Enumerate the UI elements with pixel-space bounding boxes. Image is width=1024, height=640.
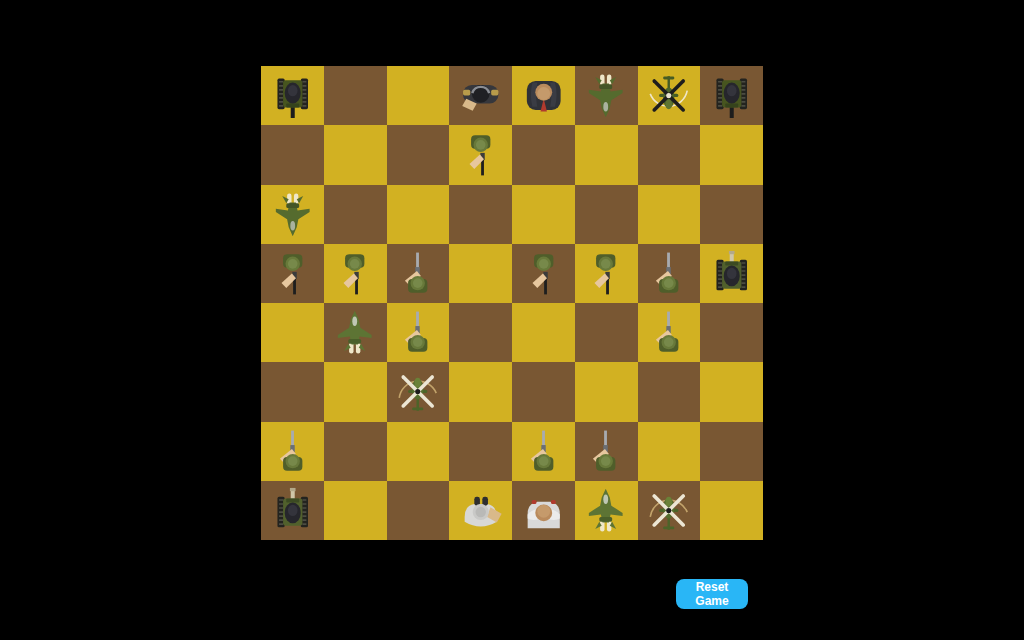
square-b1[interactable] [324, 481, 387, 540]
square-a7[interactable] [261, 125, 324, 184]
square-g2[interactable] [638, 422, 701, 481]
square-f3[interactable] [575, 362, 638, 421]
square-c2[interactable] [387, 422, 450, 481]
square-e3[interactable] [512, 362, 575, 421]
chess-board [261, 66, 763, 540]
piece-black-bishop-jet-icon[interactable] [267, 189, 318, 240]
square-e4[interactable] [512, 303, 575, 362]
square-h7[interactable] [700, 125, 763, 184]
piece-black-pawn-soldier-icon[interactable] [329, 248, 380, 299]
square-h3[interactable] [700, 362, 763, 421]
square-a3[interactable] [261, 362, 324, 421]
reset-game-button[interactable]: Reset Game [676, 579, 748, 609]
square-d3[interactable] [449, 362, 512, 421]
piece-white-knight-helicopter-icon[interactable] [643, 485, 694, 536]
piece-white-pawn-soldier-icon[interactable] [267, 426, 318, 477]
square-b4[interactable] [324, 303, 387, 362]
square-e6[interactable] [512, 185, 575, 244]
square-e8[interactable] [512, 66, 575, 125]
piece-white-rook-tank-icon[interactable] [267, 485, 318, 536]
square-h2[interactable] [700, 422, 763, 481]
square-f5[interactable] [575, 244, 638, 303]
square-g4[interactable] [638, 303, 701, 362]
square-g5[interactable] [638, 244, 701, 303]
square-c8[interactable] [387, 66, 450, 125]
piece-black-pawn-soldier-icon[interactable] [518, 248, 569, 299]
square-b5[interactable] [324, 244, 387, 303]
piece-black-rook-tank-icon[interactable] [267, 70, 318, 121]
piece-white-knight-helicopter-icon[interactable] [392, 366, 443, 417]
square-d7[interactable] [449, 125, 512, 184]
square-a1[interactable] [261, 481, 324, 540]
square-d6[interactable] [449, 185, 512, 244]
piece-white-bishop-jet-icon[interactable] [580, 485, 631, 536]
piece-black-queen-commander-icon[interactable] [455, 70, 506, 121]
piece-black-pawn-soldier-icon[interactable] [455, 129, 506, 180]
square-h6[interactable] [700, 185, 763, 244]
square-g3[interactable] [638, 362, 701, 421]
piece-white-queen-commander-icon[interactable] [455, 485, 506, 536]
square-g8[interactable] [638, 66, 701, 125]
square-c6[interactable] [387, 185, 450, 244]
square-f7[interactable] [575, 125, 638, 184]
square-h1[interactable] [700, 481, 763, 540]
square-f4[interactable] [575, 303, 638, 362]
square-b8[interactable] [324, 66, 387, 125]
piece-white-king-president-icon[interactable] [518, 485, 569, 536]
piece-black-pawn-soldier-icon[interactable] [267, 248, 318, 299]
square-b6[interactable] [324, 185, 387, 244]
square-d2[interactable] [449, 422, 512, 481]
piece-white-pawn-soldier-icon[interactable] [643, 307, 694, 358]
square-e2[interactable] [512, 422, 575, 481]
square-h5[interactable] [700, 244, 763, 303]
square-f8[interactable] [575, 66, 638, 125]
piece-black-knight-helicopter-icon[interactable] [643, 70, 694, 121]
square-h4[interactable] [700, 303, 763, 362]
piece-black-pawn-soldier-icon[interactable] [580, 248, 631, 299]
square-c4[interactable] [387, 303, 450, 362]
piece-white-pawn-soldier-icon[interactable] [580, 426, 631, 477]
square-c5[interactable] [387, 244, 450, 303]
piece-black-rook-tank-icon[interactable] [706, 70, 757, 121]
square-c7[interactable] [387, 125, 450, 184]
square-a4[interactable] [261, 303, 324, 362]
square-g6[interactable] [638, 185, 701, 244]
piece-white-pawn-soldier-icon[interactable] [392, 248, 443, 299]
square-g1[interactable] [638, 481, 701, 540]
piece-white-pawn-soldier-icon[interactable] [392, 307, 443, 358]
piece-black-king-president-icon[interactable] [518, 70, 569, 121]
piece-white-bishop-jet-icon[interactable] [329, 307, 380, 358]
square-a6[interactable] [261, 185, 324, 244]
square-f2[interactable] [575, 422, 638, 481]
square-d8[interactable] [449, 66, 512, 125]
square-g7[interactable] [638, 125, 701, 184]
square-e5[interactable] [512, 244, 575, 303]
piece-white-pawn-soldier-icon[interactable] [518, 426, 569, 477]
piece-white-rook-tank-icon[interactable] [706, 248, 757, 299]
square-e7[interactable] [512, 125, 575, 184]
square-f1[interactable] [575, 481, 638, 540]
square-d5[interactable] [449, 244, 512, 303]
square-e1[interactable] [512, 481, 575, 540]
square-h8[interactable] [700, 66, 763, 125]
square-d1[interactable] [449, 481, 512, 540]
square-d4[interactable] [449, 303, 512, 362]
square-a2[interactable] [261, 422, 324, 481]
square-a5[interactable] [261, 244, 324, 303]
square-b7[interactable] [324, 125, 387, 184]
square-a8[interactable] [261, 66, 324, 125]
square-c1[interactable] [387, 481, 450, 540]
piece-white-pawn-soldier-icon[interactable] [643, 248, 694, 299]
square-b2[interactable] [324, 422, 387, 481]
piece-black-bishop-jet-icon[interactable] [580, 70, 631, 121]
square-f6[interactable] [575, 185, 638, 244]
square-c3[interactable] [387, 362, 450, 421]
square-b3[interactable] [324, 362, 387, 421]
